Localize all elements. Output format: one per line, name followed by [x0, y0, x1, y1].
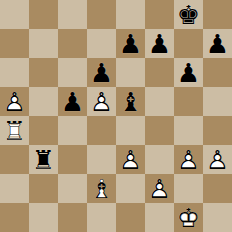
square-h8[interactable] [203, 0, 232, 29]
black-pawn[interactable]: ♟ [145, 29, 174, 58]
square-c1[interactable] [58, 203, 87, 232]
piece-glyph: ♟ [87, 58, 116, 87]
chess-board: ♚♟♟♟♟♟♟♙♟♟♙♝♜♖♜♟♙♟♙♟♙♝♗♟♙♚♔ [0, 0, 232, 232]
piece-glyph: ♜ [29, 145, 58, 174]
piece-outline-layer: ♙ [87, 87, 116, 116]
square-b4[interactable] [29, 116, 58, 145]
white-pawn[interactable]: ♟♙ [145, 174, 174, 203]
black-pawn[interactable]: ♟ [174, 58, 203, 87]
square-g2[interactable] [174, 174, 203, 203]
black-pawn[interactable]: ♟ [116, 29, 145, 58]
square-g6[interactable]: ♟ [174, 58, 203, 87]
square-g3[interactable]: ♟♙ [174, 145, 203, 174]
square-b7[interactable] [29, 29, 58, 58]
square-d6[interactable]: ♟ [87, 58, 116, 87]
piece-glyph: ♟ [116, 29, 145, 58]
square-e8[interactable] [116, 0, 145, 29]
square-g1[interactable]: ♚♔ [174, 203, 203, 232]
square-h4[interactable] [203, 116, 232, 145]
white-pawn[interactable]: ♟♙ [116, 145, 145, 174]
square-e6[interactable] [116, 58, 145, 87]
square-f5[interactable] [145, 87, 174, 116]
piece-outline-layer: ♗ [87, 174, 116, 203]
black-pawn[interactable]: ♟ [58, 87, 87, 116]
black-king[interactable]: ♚ [174, 0, 203, 29]
square-a6[interactable] [0, 58, 29, 87]
piece-glyph: ♝ [116, 87, 145, 116]
piece-glyph: ♚ [174, 0, 203, 29]
square-c4[interactable] [58, 116, 87, 145]
square-f7[interactable]: ♟ [145, 29, 174, 58]
piece-glyph: ♟ [145, 29, 174, 58]
piece-outline-layer: ♖ [0, 116, 29, 145]
square-e7[interactable]: ♟ [116, 29, 145, 58]
square-c3[interactable] [58, 145, 87, 174]
square-b8[interactable] [29, 0, 58, 29]
square-d7[interactable] [87, 29, 116, 58]
square-g5[interactable] [174, 87, 203, 116]
square-c7[interactable] [58, 29, 87, 58]
piece-glyph: ♟ [58, 87, 87, 116]
square-h6[interactable] [203, 58, 232, 87]
square-h7[interactable]: ♟ [203, 29, 232, 58]
square-a5[interactable]: ♟♙ [0, 87, 29, 116]
black-bishop[interactable]: ♝ [116, 87, 145, 116]
square-h2[interactable] [203, 174, 232, 203]
square-c5[interactable]: ♟ [58, 87, 87, 116]
square-c2[interactable] [58, 174, 87, 203]
square-h1[interactable] [203, 203, 232, 232]
square-g7[interactable] [174, 29, 203, 58]
black-rook[interactable]: ♜ [29, 145, 58, 174]
square-a3[interactable] [0, 145, 29, 174]
square-h3[interactable]: ♟♙ [203, 145, 232, 174]
square-d2[interactable]: ♝♗ [87, 174, 116, 203]
piece-outline-layer: ♙ [174, 145, 203, 174]
square-d5[interactable]: ♟♙ [87, 87, 116, 116]
square-f1[interactable] [145, 203, 174, 232]
square-b3[interactable]: ♜ [29, 145, 58, 174]
piece-glyph: ♟ [203, 29, 232, 58]
square-e3[interactable]: ♟♙ [116, 145, 145, 174]
square-g4[interactable] [174, 116, 203, 145]
square-f6[interactable] [145, 58, 174, 87]
square-d4[interactable] [87, 116, 116, 145]
white-pawn[interactable]: ♟♙ [174, 145, 203, 174]
square-a1[interactable] [0, 203, 29, 232]
square-d1[interactable] [87, 203, 116, 232]
square-b2[interactable] [29, 174, 58, 203]
square-e4[interactable] [116, 116, 145, 145]
square-h5[interactable] [203, 87, 232, 116]
square-a8[interactable] [0, 0, 29, 29]
piece-outline-layer: ♙ [203, 145, 232, 174]
square-b1[interactable] [29, 203, 58, 232]
square-f4[interactable] [145, 116, 174, 145]
square-e5[interactable]: ♝ [116, 87, 145, 116]
piece-outline-layer: ♙ [116, 145, 145, 174]
square-g8[interactable]: ♚ [174, 0, 203, 29]
white-pawn[interactable]: ♟♙ [203, 145, 232, 174]
white-pawn[interactable]: ♟♙ [87, 87, 116, 116]
square-f8[interactable] [145, 0, 174, 29]
square-a7[interactable] [0, 29, 29, 58]
piece-outline-layer: ♔ [174, 203, 203, 232]
square-d3[interactable] [87, 145, 116, 174]
piece-outline-layer: ♙ [145, 174, 174, 203]
white-rook[interactable]: ♜♖ [0, 116, 29, 145]
white-bishop[interactable]: ♝♗ [87, 174, 116, 203]
square-f3[interactable] [145, 145, 174, 174]
white-king[interactable]: ♚♔ [174, 203, 203, 232]
square-c8[interactable] [58, 0, 87, 29]
square-e1[interactable] [116, 203, 145, 232]
square-a2[interactable] [0, 174, 29, 203]
piece-outline-layer: ♙ [0, 87, 29, 116]
square-b5[interactable] [29, 87, 58, 116]
square-b6[interactable] [29, 58, 58, 87]
square-c6[interactable] [58, 58, 87, 87]
square-a4[interactable]: ♜♖ [0, 116, 29, 145]
black-pawn[interactable]: ♟ [203, 29, 232, 58]
square-f2[interactable]: ♟♙ [145, 174, 174, 203]
square-e2[interactable] [116, 174, 145, 203]
black-pawn[interactable]: ♟ [87, 58, 116, 87]
white-pawn[interactable]: ♟♙ [0, 87, 29, 116]
piece-glyph: ♟ [174, 58, 203, 87]
square-d8[interactable] [87, 0, 116, 29]
